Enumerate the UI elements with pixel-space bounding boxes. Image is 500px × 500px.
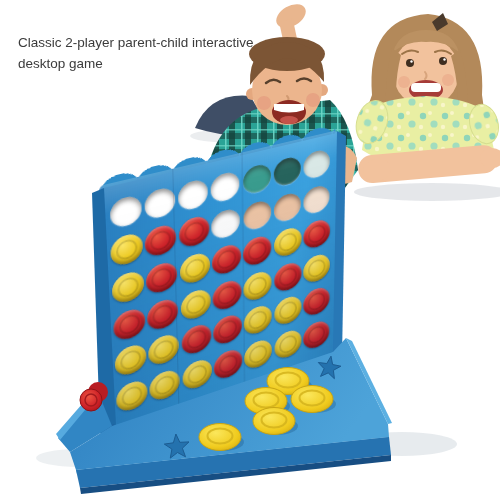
board-right-edge (333, 131, 346, 357)
caption: Classic 2-player parent-child interactiv… (18, 32, 278, 74)
product-photo: Classic 2-player parent-child interactiv… (0, 0, 500, 500)
caption-line-1: Classic 2-player parent-child interactiv… (18, 32, 278, 53)
caption-line-2: desktop game (18, 53, 278, 74)
tray-scene (0, 0, 500, 500)
